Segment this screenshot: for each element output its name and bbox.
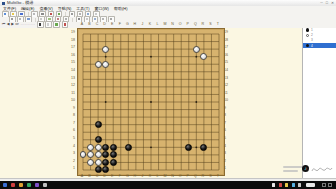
taskbar-app-icon[interactable]: [3, 183, 7, 187]
coord-number-left: 15: [69, 61, 75, 65]
coord-letter-top: H: [131, 23, 139, 27]
coord-number-right: 6: [224, 129, 230, 133]
taskbar[interactable]: [0, 181, 336, 189]
tray-icon[interactable]: [279, 183, 282, 186]
nav-last-move-button[interactable]: ⏭: [16, 22, 19, 27]
stone-black-D4[interactable]: [102, 144, 109, 151]
coord-letter-top: J: [139, 23, 147, 27]
coord-number-right: 7: [224, 122, 230, 126]
coord-letter-top: C: [93, 23, 101, 27]
coord-number-left: 11: [69, 92, 75, 96]
coord-number-left: 9: [69, 107, 75, 111]
nav-next-move-button[interactable]: ▶: [11, 22, 14, 27]
coord-letter-top: A: [78, 23, 86, 27]
stone-white-A3[interactable]: [80, 151, 87, 158]
coord-number-right: 17: [224, 46, 230, 50]
coord-letter-top: D: [101, 23, 109, 27]
board-client-area: AA1919BB1818CC1717DD1616EE1515FF1414GG13…: [0, 28, 302, 178]
coord-number-right: 8: [224, 114, 230, 118]
stone-white-B3[interactable]: [87, 151, 94, 158]
tree-node-label: 1: [311, 28, 313, 32]
coord-letter-top: L: [154, 23, 162, 27]
stone-black-C7[interactable]: [95, 121, 102, 128]
stone-black-P4[interactable]: [185, 144, 192, 151]
taskbar-app-icon[interactable]: [35, 183, 39, 187]
coord-letter-top: O: [176, 23, 184, 27]
coord-letter-top: T: [214, 23, 222, 27]
tray-icon[interactable]: [272, 183, 275, 186]
desktop-screen: MultiGo - 棋谱 ─ □ ✕ 文件(F) 编辑(E) 查看(V) 导航(…: [0, 0, 336, 189]
coord-number-left: 8: [69, 114, 75, 118]
stone-white-C15[interactable]: [95, 61, 102, 68]
stone-black-D1[interactable]: [102, 166, 109, 173]
coord-letter-top: S: [207, 23, 215, 27]
app-icon: [2, 2, 5, 5]
coord-number-left: 7: [69, 122, 75, 126]
black-stone-icon: [306, 28, 309, 31]
coord-number-left: 5: [69, 137, 75, 141]
nav-first-move-button[interactable]: ⏮: [2, 22, 5, 27]
stone-black-E2[interactable]: [110, 159, 117, 166]
coord-number-right: 5: [224, 137, 230, 141]
stone-white-Q17[interactable]: [193, 46, 200, 53]
stone-white-C3[interactable]: [95, 151, 102, 158]
coord-letter-top: F: [116, 23, 124, 27]
stone-black-D2[interactable]: [102, 159, 109, 166]
coord-letter-top: E: [108, 23, 116, 27]
taskbar-app-icon[interactable]: [11, 183, 15, 187]
toolbar-separator: [35, 18, 36, 22]
toolbar-separator: [72, 18, 73, 22]
coord-number-left: 19: [69, 31, 75, 35]
none-stone-icon: [306, 39, 309, 42]
coord-number-right: 1: [224, 167, 230, 171]
tray-icon[interactable]: [292, 183, 295, 186]
coord-letter-top: K: [146, 23, 154, 27]
tree-node-label: 2: [311, 33, 313, 37]
stone-black-D3[interactable]: [102, 151, 109, 158]
game-tree-panel[interactable]: 1234: [302, 28, 336, 178]
show-desktop-button[interactable]: [328, 183, 332, 187]
stone-black-C5[interactable]: [95, 136, 102, 143]
menu-help[interactable]: 帮助(H): [114, 6, 128, 11]
white-stone-icon: [306, 34, 309, 37]
coord-number-left: 13: [69, 77, 75, 81]
coord-letter-top: R: [199, 23, 207, 27]
stone-white-D17[interactable]: [102, 46, 109, 53]
tray-icon[interactable]: [285, 183, 288, 186]
coord-letter-top: P: [184, 23, 192, 27]
tree-node-4[interactable]: 4: [303, 43, 336, 48]
coord-number-right: 18: [224, 39, 230, 43]
stone-white-D15[interactable]: [102, 61, 109, 68]
coord-number-right: 11: [224, 92, 230, 96]
coord-number-right: 14: [224, 69, 230, 73]
coord-number-left: 16: [69, 54, 75, 58]
coord-number-left: 14: [69, 69, 75, 73]
coord-number-left: 1: [69, 167, 75, 171]
coord-letter-top: M: [161, 23, 169, 27]
coord-number-left: 18: [69, 39, 75, 43]
coord-number-right: 4: [224, 145, 230, 149]
coord-number-left: 10: [69, 99, 75, 103]
move-slider-dots[interactable]: ··········: [20, 23, 35, 27]
coord-number-right: 15: [224, 61, 230, 65]
stone-white-C4[interactable]: [95, 144, 102, 151]
stone-black-E4[interactable]: [110, 144, 117, 151]
coord-number-left: 4: [69, 145, 75, 149]
coord-number-right: 10: [224, 99, 230, 103]
coord-number-right: 9: [224, 107, 230, 111]
black-stone-icon: [306, 44, 309, 47]
stone-white-B4[interactable]: [87, 144, 94, 151]
coord-letter-top: Q: [192, 23, 200, 27]
coord-number-right: 12: [224, 84, 230, 88]
coord-letter-top: B: [86, 23, 94, 27]
coord-number-left: 17: [69, 46, 75, 50]
taskbar-app-icon[interactable]: [19, 183, 23, 187]
coord-number-right: 2: [224, 160, 230, 164]
stone-black-R4[interactable]: [200, 144, 207, 151]
stone-black-G4[interactable]: [125, 144, 132, 151]
stone-white-C2[interactable]: [95, 159, 102, 166]
coord-number-left: 12: [69, 84, 75, 88]
taskbar-clock[interactable]: [306, 183, 315, 187]
coord-number-left: 2: [69, 160, 75, 164]
taskbar-app-icon[interactable]: [27, 183, 31, 187]
tray-expand-icon[interactable]: [322, 183, 326, 187]
coord-letter-top: G: [124, 23, 132, 27]
stone-white-B2[interactable]: [87, 159, 94, 166]
coord-number-left: 3: [69, 152, 75, 156]
stone-grid[interactable]: [78, 29, 224, 175]
stone-black-E3[interactable]: [110, 151, 117, 158]
tree-node-label: 4: [311, 44, 313, 48]
coord-number-left: 6: [69, 129, 75, 133]
coord-number-right: 19: [224, 31, 230, 35]
go-board[interactable]: [77, 28, 225, 176]
taskbar-app-icon[interactable]: [43, 183, 47, 187]
nav-prev-move-button[interactable]: ◀: [7, 22, 10, 27]
stone-white-R16[interactable]: [200, 53, 207, 60]
stone-black-C1[interactable]: [95, 166, 102, 173]
coord-number-right: 13: [224, 77, 230, 81]
coord-number-right: 16: [224, 54, 230, 58]
tree-node-label: 3: [311, 38, 313, 42]
tray-icon[interactable]: [298, 183, 301, 186]
coord-number-right: 3: [224, 152, 230, 156]
coord-letter-top: N: [169, 23, 177, 27]
